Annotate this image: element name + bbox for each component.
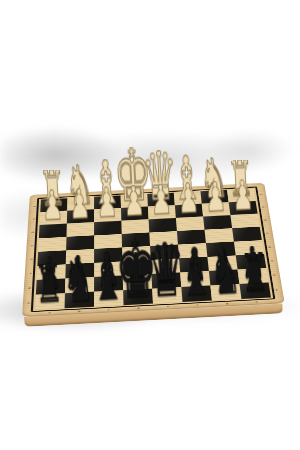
coordinate-label: a: [42, 311, 57, 314]
coordinate-label: 8: [32, 203, 37, 210]
coordinate-label: e: [160, 305, 176, 308]
coordinate-label: 4: [267, 243, 273, 250]
coordinate-label: d: [131, 306, 146, 309]
black-rook: ♜: [240, 252, 270, 296]
board-wood-border: ♜♞♝♚♛♝♞♜♟♟♟♟♟♟♟♟♟♟♟♟♟♟♟♟♜♞♝♚♛♝♞♜ 8765432…: [22, 183, 285, 317]
coordinate-label: 2: [27, 284, 32, 292]
coordinate-label: 1: [26, 299, 31, 307]
coordinate-label: 5: [264, 229, 270, 236]
white-pawn: ♟: [123, 185, 146, 219]
coordinate-label: h: [249, 300, 265, 303]
coordinate-label: 3: [269, 257, 275, 265]
white-pawn: ♟: [150, 183, 173, 217]
coordinate-label: f: [190, 303, 206, 306]
white-pawn: ♟: [177, 182, 200, 216]
square-a3: [230, 214, 259, 229]
white-pawn: ♟: [95, 186, 118, 220]
square-g3: [66, 222, 94, 237]
coordinate-label: 6: [30, 228, 35, 235]
black-queen: ♛: [145, 240, 186, 301]
coordinate-label: 2: [271, 271, 277, 279]
chessboard-scene: ♜♞♝♚♛♝♞♜♟♟♟♟♟♟♟♟♟♟♟♟♟♟♟♟♜♞♝♚♛♝♞♜ 8765432…: [0, 0, 300, 450]
square-a8: ♜: [239, 283, 270, 299]
coordinate-label: 1: [273, 286, 279, 294]
board-grid: ♜♞♝♚♛♝♞♜♟♟♟♟♟♟♟♟♟♟♟♟♟♟♟♟♜♞♝♚♛♝♞♜: [35, 188, 271, 309]
coordinate-label: 8: [258, 191, 264, 198]
square-d8: ♛: [152, 287, 182, 304]
coordinate-label: g: [219, 302, 235, 305]
chessboard: ♜♞♝♚♛♝♞♜♟♟♟♟♟♟♟♟♟♟♟♟♟♟♟♟♜♞♝♚♛♝♞♜ 8765432…: [22, 183, 285, 317]
white-pawn: ♟: [231, 179, 254, 213]
square-h8: ♜: [35, 293, 65, 310]
coordinate-label: 3: [28, 269, 33, 277]
coordinate-label: c: [101, 308, 116, 311]
coordinate-label: 5: [30, 242, 35, 249]
coordinate-label: 7: [260, 203, 266, 210]
white-pawn: ♟: [204, 180, 227, 214]
coordinate-label: 6: [262, 216, 268, 223]
black-knight: ♞: [208, 248, 242, 298]
white-pawn: ♟: [68, 187, 91, 221]
coordinate-label: 7: [31, 215, 36, 222]
square-h3: [39, 224, 67, 239]
product-photo: ♜♞♝♚♛♝♞♜♟♟♟♟♟♟♟♟♟♟♟♟♟♟♟♟♜♞♝♚♛♝♞♜ 8765432…: [0, 0, 300, 450]
square-b8: ♞: [210, 284, 241, 300]
square-g8: ♞: [65, 292, 94, 309]
white-pawn: ♟: [41, 189, 64, 223]
black-rook: ♜: [34, 263, 64, 307]
coordinate-label: b: [72, 309, 87, 312]
